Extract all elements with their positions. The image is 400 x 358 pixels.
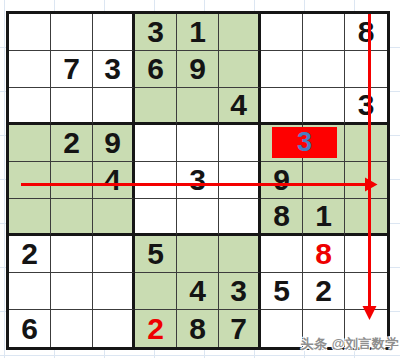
cell-r8c5[interactable]: 4 xyxy=(177,273,219,310)
cell-r2c5[interactable]: 9 xyxy=(177,51,219,88)
cell-r8c4[interactable] xyxy=(135,273,177,310)
cell-r7c1[interactable]: 2 xyxy=(9,236,51,273)
cell-r2c4[interactable]: 6 xyxy=(135,51,177,88)
cell-r2c6[interactable] xyxy=(219,51,261,88)
cell-r8c8[interactable]: 2 xyxy=(303,273,345,310)
cell-r4c4[interactable] xyxy=(135,125,177,162)
cell-r6c1[interactable] xyxy=(9,199,51,236)
cell-r2c8[interactable] xyxy=(303,51,345,88)
cell-r1c9[interactable]: 8 xyxy=(345,14,387,51)
cell-r3c1[interactable] xyxy=(9,88,51,125)
cell-r9c2[interactable] xyxy=(51,310,93,347)
cell-r1c1[interactable] xyxy=(9,14,51,51)
cell-r3c2[interactable] xyxy=(51,88,93,125)
cell-r3c7[interactable] xyxy=(261,88,303,125)
cell-r7c8[interactable]: 8 xyxy=(303,236,345,273)
red-highlight-box: 3 xyxy=(272,127,337,158)
cell-r8c1[interactable] xyxy=(9,273,51,310)
cell-r8c2[interactable] xyxy=(51,273,93,310)
cell-r2c7[interactable] xyxy=(261,51,303,88)
cell-r9c1[interactable]: 6 xyxy=(9,310,51,347)
cell-r7c6[interactable] xyxy=(219,236,261,273)
cell-r4c3[interactable]: 9 xyxy=(93,125,135,162)
cell-r2c1[interactable] xyxy=(9,51,51,88)
sudoku-board: 318736943294398125843526287 xyxy=(6,11,390,350)
cell-r1c2[interactable] xyxy=(51,14,93,51)
cell-r9c4[interactable]: 2 xyxy=(135,310,177,347)
cell-r3c5[interactable] xyxy=(177,88,219,125)
cell-r5c7[interactable]: 9 xyxy=(261,162,303,199)
cell-r5c1[interactable] xyxy=(9,162,51,199)
cell-r7c3[interactable] xyxy=(93,236,135,273)
cell-r4c1[interactable] xyxy=(9,125,51,162)
cell-r3c9[interactable]: 3 xyxy=(345,88,387,125)
cell-r7c7[interactable] xyxy=(261,236,303,273)
cell-r2c9[interactable] xyxy=(345,51,387,88)
red-box-digit: 3 xyxy=(297,129,312,156)
cell-r7c4[interactable]: 5 xyxy=(135,236,177,273)
cell-r4c2[interactable]: 2 xyxy=(51,125,93,162)
cell-r9c7[interactable] xyxy=(261,310,303,347)
cell-r1c3[interactable] xyxy=(93,14,135,51)
cell-r4c9[interactable] xyxy=(345,125,387,162)
cell-r3c4[interactable] xyxy=(135,88,177,125)
cell-r5c5[interactable]: 3 xyxy=(177,162,219,199)
cell-r9c3[interactable] xyxy=(93,310,135,347)
cell-r5c6[interactable] xyxy=(219,162,261,199)
cell-r6c2[interactable] xyxy=(51,199,93,236)
cell-r5c3[interactable]: 4 xyxy=(93,162,135,199)
cell-r6c8[interactable]: 1 xyxy=(303,199,345,236)
cell-r8c3[interactable] xyxy=(93,273,135,310)
cell-r7c9[interactable] xyxy=(345,236,387,273)
cell-r1c4[interactable]: 3 xyxy=(135,14,177,51)
cell-r1c5[interactable]: 1 xyxy=(177,14,219,51)
cell-r1c7[interactable] xyxy=(261,14,303,51)
cell-r6c9[interactable] xyxy=(345,199,387,236)
cell-r2c2[interactable]: 7 xyxy=(51,51,93,88)
cell-r8c6[interactable]: 3 xyxy=(219,273,261,310)
cell-r5c8[interactable] xyxy=(303,162,345,199)
watermark: 头条 @刘言数学 xyxy=(301,335,399,353)
cell-r8c9[interactable] xyxy=(345,273,387,310)
cell-r4c5[interactable] xyxy=(177,125,219,162)
cell-r6c5[interactable] xyxy=(177,199,219,236)
sudoku-screenshot: 318736943294398125843526287 3 头条 @刘言数学 xyxy=(0,0,400,358)
cell-r6c7[interactable]: 8 xyxy=(261,199,303,236)
cell-r3c8[interactable] xyxy=(303,88,345,125)
cell-r4c6[interactable] xyxy=(219,125,261,162)
cell-r6c6[interactable] xyxy=(219,199,261,236)
cell-r3c6[interactable]: 4 xyxy=(219,88,261,125)
cell-r5c9[interactable] xyxy=(345,162,387,199)
cell-r2c3[interactable]: 3 xyxy=(93,51,135,88)
cell-r8c7[interactable]: 5 xyxy=(261,273,303,310)
cell-r9c5[interactable]: 8 xyxy=(177,310,219,347)
cell-r7c5[interactable] xyxy=(177,236,219,273)
cell-r5c4[interactable] xyxy=(135,162,177,199)
cell-r7c2[interactable] xyxy=(51,236,93,273)
cell-r1c6[interactable] xyxy=(219,14,261,51)
cell-r3c3[interactable] xyxy=(93,88,135,125)
cell-r6c3[interactable] xyxy=(93,199,135,236)
cell-r1c8[interactable] xyxy=(303,14,345,51)
cell-r5c2[interactable] xyxy=(51,162,93,199)
cell-r9c6[interactable]: 7 xyxy=(219,310,261,347)
cell-r6c4[interactable] xyxy=(135,199,177,236)
